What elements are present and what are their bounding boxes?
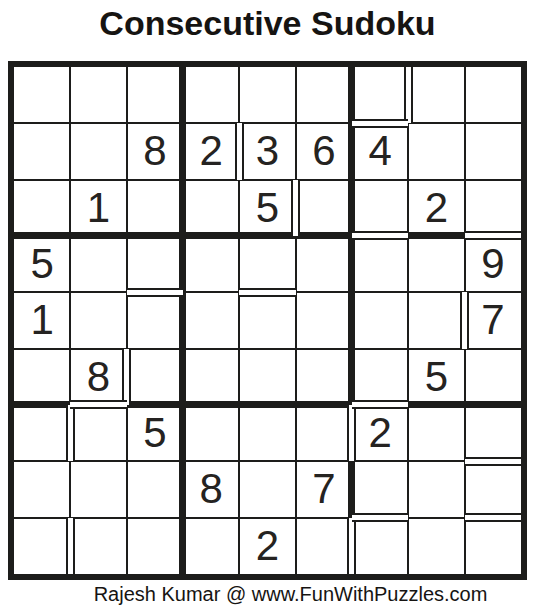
given-cell-r2c7: 4 — [352, 123, 408, 179]
empty-cell-r3c4[interactable] — [183, 180, 239, 236]
empty-cell-r5c7[interactable] — [352, 292, 408, 348]
empty-cell-r9c8[interactable] — [408, 518, 464, 574]
empty-cell-r5c5[interactable] — [239, 292, 295, 348]
empty-cell-r9c7[interactable] — [352, 518, 408, 574]
empty-cell-r3c9[interactable] — [465, 180, 521, 236]
given-cell-r2c6: 6 — [296, 123, 352, 179]
given-cell-r8c6: 7 — [296, 461, 352, 517]
empty-cell-r9c9[interactable] — [465, 518, 521, 574]
empty-cell-r1c4[interactable] — [183, 67, 239, 123]
empty-cell-r5c8[interactable] — [408, 292, 464, 348]
empty-cell-r8c5[interactable] — [239, 461, 295, 517]
given-cell-r6c2: 8 — [70, 349, 126, 405]
given-cell-r5c1: 1 — [14, 292, 70, 348]
empty-cell-r7c1[interactable] — [14, 405, 70, 461]
empty-cell-r8c2[interactable] — [70, 461, 126, 517]
given-cell-r6c8: 5 — [408, 349, 464, 405]
empty-cell-r6c4[interactable] — [183, 349, 239, 405]
empty-cell-r1c3[interactable] — [127, 67, 183, 123]
empty-cell-r9c6[interactable] — [296, 518, 352, 574]
sudoku-board: 8236415259178552872 — [8, 61, 527, 580]
empty-cell-r1c6[interactable] — [296, 67, 352, 123]
empty-cell-r8c9[interactable] — [465, 461, 521, 517]
page: { "game": "Consecutive Sudoku", "title":… — [0, 0, 535, 612]
empty-cell-r1c7[interactable] — [352, 67, 408, 123]
empty-cell-r7c2[interactable] — [70, 405, 126, 461]
empty-cell-r2c9[interactable] — [465, 123, 521, 179]
credit-text: Rajesh Kumar @ www.FunWithPuzzles.com — [0, 583, 535, 606]
given-cell-r7c3: 5 — [127, 405, 183, 461]
empty-cell-r8c1[interactable] — [14, 461, 70, 517]
empty-cell-r4c3[interactable] — [127, 236, 183, 292]
empty-cell-r6c5[interactable] — [239, 349, 295, 405]
empty-cell-r8c7[interactable] — [352, 461, 408, 517]
empty-cell-r6c9[interactable] — [465, 349, 521, 405]
empty-cell-r4c7[interactable] — [352, 236, 408, 292]
given-cell-r5c9: 7 — [465, 292, 521, 348]
empty-cell-r4c2[interactable] — [70, 236, 126, 292]
empty-cell-r4c8[interactable] — [408, 236, 464, 292]
empty-cell-r6c3[interactable] — [127, 349, 183, 405]
empty-cell-r9c2[interactable] — [70, 518, 126, 574]
empty-cell-r2c8[interactable] — [408, 123, 464, 179]
empty-cell-r4c4[interactable] — [183, 236, 239, 292]
empty-cell-r9c4[interactable] — [183, 518, 239, 574]
given-cell-r3c8: 2 — [408, 180, 464, 236]
empty-cell-r1c9[interactable] — [465, 67, 521, 123]
empty-cell-r5c6[interactable] — [296, 292, 352, 348]
empty-cell-r1c2[interactable] — [70, 67, 126, 123]
empty-cell-r7c8[interactable] — [408, 405, 464, 461]
empty-cell-r8c3[interactable] — [127, 461, 183, 517]
empty-cell-r5c4[interactable] — [183, 292, 239, 348]
empty-cell-r4c5[interactable] — [239, 236, 295, 292]
empty-cell-r7c6[interactable] — [296, 405, 352, 461]
empty-cell-r3c1[interactable] — [14, 180, 70, 236]
empty-cell-r2c2[interactable] — [70, 123, 126, 179]
given-cell-r3c5: 5 — [239, 180, 295, 236]
empty-cell-r3c3[interactable] — [127, 180, 183, 236]
empty-cell-r9c1[interactable] — [14, 518, 70, 574]
empty-cell-r3c7[interactable] — [352, 180, 408, 236]
board-inner: 8236415259178552872 — [14, 67, 521, 574]
given-cell-r2c4: 2 — [183, 123, 239, 179]
given-cell-r4c1: 5 — [14, 236, 70, 292]
given-cell-r8c4: 8 — [183, 461, 239, 517]
given-cell-r4c9: 9 — [465, 236, 521, 292]
empty-cell-r1c5[interactable] — [239, 67, 295, 123]
empty-cell-r9c3[interactable] — [127, 518, 183, 574]
empty-cell-r5c2[interactable] — [70, 292, 126, 348]
empty-cell-r8c8[interactable] — [408, 461, 464, 517]
empty-cell-r6c7[interactable] — [352, 349, 408, 405]
empty-cell-r1c8[interactable] — [408, 67, 464, 123]
empty-cell-r3c6[interactable] — [296, 180, 352, 236]
empty-cell-r4c6[interactable] — [296, 236, 352, 292]
empty-cell-r5c3[interactable] — [127, 292, 183, 348]
given-cell-r7c7: 2 — [352, 405, 408, 461]
empty-cell-r7c5[interactable] — [239, 405, 295, 461]
empty-cell-r7c9[interactable] — [465, 405, 521, 461]
puzzle-title: Consecutive Sudoku — [0, 2, 535, 45]
empty-cell-r6c6[interactable] — [296, 349, 352, 405]
given-cell-r2c3: 8 — [127, 123, 183, 179]
empty-cell-r6c1[interactable] — [14, 349, 70, 405]
empty-cell-r1c1[interactable] — [14, 67, 70, 123]
given-cell-r9c5: 2 — [239, 518, 295, 574]
given-cell-r3c2: 1 — [70, 180, 126, 236]
empty-cell-r2c1[interactable] — [14, 123, 70, 179]
empty-cell-r7c4[interactable] — [183, 405, 239, 461]
given-cell-r2c5: 3 — [239, 123, 295, 179]
